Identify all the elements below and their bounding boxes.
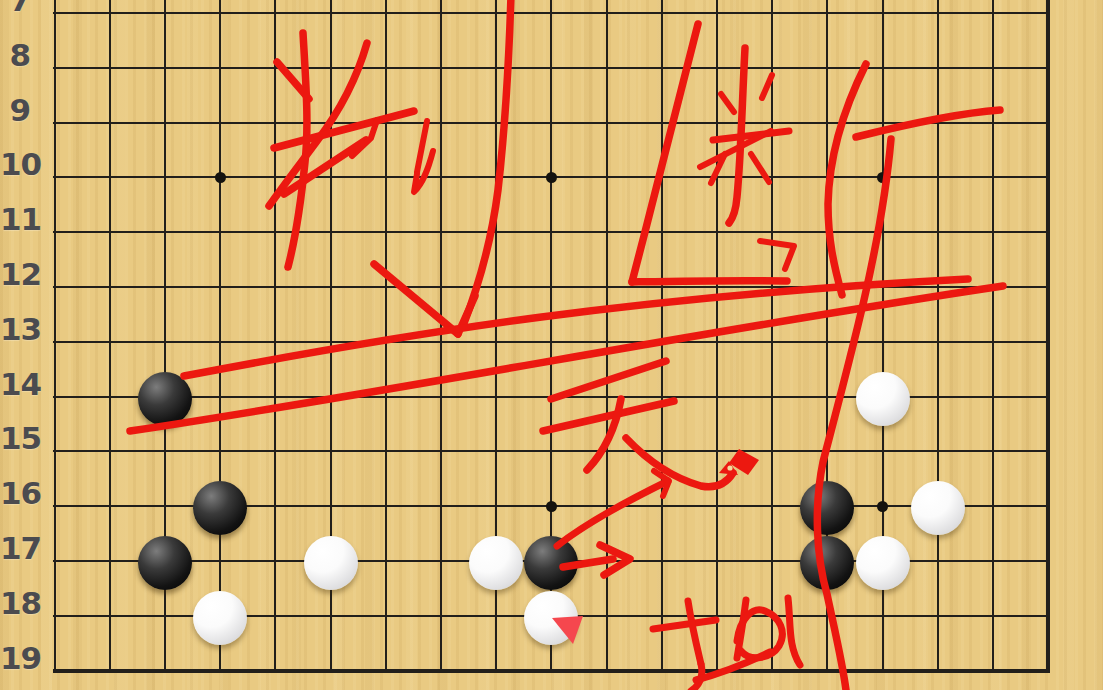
- stone-white-c16-r14[interactable]: [856, 372, 910, 426]
- row-label-12: 12: [0, 259, 30, 289]
- annotation-big-arrow-shaft: [463, 0, 511, 326]
- annotation-pan-dao-stroke2: [414, 151, 433, 192]
- grid-line-horizontal: [53, 669, 1051, 674]
- row-label-19: 19: [0, 643, 30, 673]
- row-label-7: 7: [0, 0, 30, 15]
- grid-line-vertical: [771, 0, 773, 673]
- star-point: [215, 172, 226, 183]
- annotation-tian-horizontal2: [543, 401, 674, 431]
- annotation-di-tu-vertical: [688, 601, 701, 664]
- grid-line-vertical: [1046, 0, 1050, 673]
- row-label-11: 11: [0, 204, 30, 234]
- row-label-9: 9: [0, 95, 30, 125]
- stone-black-c4-r16[interactable]: [193, 481, 247, 535]
- row-label-17: 17: [0, 533, 30, 563]
- go-app-screen: 78910111213141516171819: [0, 0, 1103, 690]
- row-label-15: 15: [0, 423, 30, 453]
- stone-black-c10-r17[interactable]: [524, 536, 578, 590]
- stone-black-c15-r16[interactable]: [800, 481, 854, 535]
- grid-line-vertical: [219, 0, 221, 673]
- grid-line-vertical: [992, 0, 994, 673]
- annotation-di-ye-slant: [737, 600, 746, 658]
- row-label-14: 14: [0, 369, 30, 399]
- grid-line-vertical: [937, 0, 939, 673]
- annotation-duan-bottom-hook: [760, 241, 794, 269]
- annotation-duan-cross-diag: [700, 131, 771, 167]
- stone-white-c9-r17[interactable]: [469, 536, 523, 590]
- stone-white-c17-r16[interactable]: [911, 481, 965, 535]
- star-point: [546, 501, 557, 512]
- annotation-pan-diagonal-hook: [352, 120, 377, 156]
- pen-cursor-nib-icon: [719, 461, 738, 475]
- grid-line-vertical: [109, 0, 111, 673]
- stone-white-c16-r17[interactable]: [856, 536, 910, 590]
- grid-line-horizontal: [53, 341, 1051, 343]
- stone-black-c15-r17[interactable]: [800, 536, 854, 590]
- annotation-duan-cross-left: [711, 154, 725, 183]
- star-point: [877, 172, 888, 183]
- pen-cursor-hole: [727, 465, 732, 470]
- grid-line-vertical: [661, 0, 663, 673]
- annotation-tian-left-sweep: [587, 399, 621, 470]
- stone-white-c10-r18[interactable]: [524, 591, 578, 645]
- annotation-big-arrow-arm-right: [458, 296, 475, 334]
- annotation-di-tu-sweep: [696, 652, 770, 680]
- grid-line-horizontal: [53, 231, 1051, 233]
- annotation-tian-horizontal1: [551, 361, 666, 399]
- stone-white-c6-r17[interactable]: [304, 536, 358, 590]
- grid-line-vertical: [54, 0, 56, 673]
- grid-line-vertical: [716, 0, 718, 673]
- stone-black-c3-r17[interactable]: [138, 536, 192, 590]
- annotation-di-ye-tail: [788, 598, 800, 665]
- annotation-duan-base: [632, 281, 787, 282]
- pen-cursor-body-icon: [729, 449, 759, 475]
- grid-line-vertical: [274, 0, 276, 673]
- annotation-duan-left-slope: [632, 24, 698, 282]
- grid-line-horizontal: [53, 67, 1051, 69]
- annotation-di-ye-loop: [737, 610, 782, 658]
- stone-black-c3-r14[interactable]: [138, 372, 192, 426]
- grid-line-horizontal: [53, 122, 1051, 124]
- star-point: [877, 501, 888, 512]
- row-label-18: 18: [0, 588, 30, 618]
- annotation-jin-curve: [828, 64, 866, 295]
- grid-line-vertical: [440, 0, 442, 673]
- annotation-duan-inner-vertical: [729, 48, 745, 223]
- row-label-8: 8: [0, 40, 30, 70]
- grid-line-vertical: [385, 0, 387, 673]
- annotation-long-line-upper: [184, 279, 968, 376]
- annotation-pan-diagonal: [284, 140, 366, 194]
- star-point: [546, 172, 557, 183]
- row-label-10: 10: [0, 149, 30, 179]
- grid-line-horizontal: [53, 450, 1051, 452]
- annotation-duan-horizontal: [713, 131, 789, 140]
- annotation-center-rising-stroke: [557, 481, 668, 546]
- grid-line-vertical: [606, 0, 608, 673]
- row-label-13: 13: [0, 314, 30, 344]
- row-label-16: 16: [0, 478, 30, 508]
- annotation-pan-horizontal: [274, 111, 414, 148]
- grid-line-horizontal: [53, 12, 1051, 14]
- annotation-duan-tick-left: [721, 94, 734, 112]
- annotation-pan-dao-stroke1: [417, 121, 427, 172]
- stone-white-c4-r18[interactable]: [193, 591, 247, 645]
- grid-line-horizontal: [53, 286, 1051, 288]
